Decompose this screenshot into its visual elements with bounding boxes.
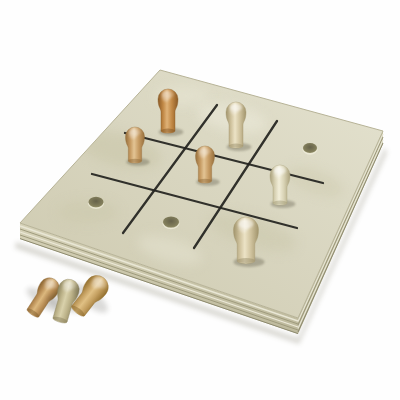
stage [0, 0, 400, 400]
